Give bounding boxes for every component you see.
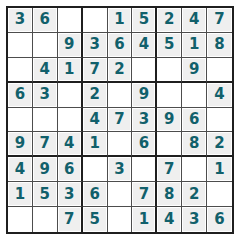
cell-r7c2[interactable]: 9 xyxy=(33,157,58,182)
cell-r4c2[interactable]: 3 xyxy=(33,83,58,108)
cell-r8c5[interactable] xyxy=(108,182,133,207)
cell-r2c3[interactable]: 9 xyxy=(58,33,83,58)
cell-r4c4[interactable]: 2 xyxy=(83,83,108,108)
cell-r8c4[interactable]: 6 xyxy=(83,182,108,207)
sudoku-board: 3615247936451841729632944739697416824963… xyxy=(6,6,234,234)
cell-r9c3[interactable]: 7 xyxy=(58,207,83,232)
cell-r1c1[interactable]: 3 xyxy=(8,8,33,33)
cell-r6c4[interactable]: 1 xyxy=(83,132,108,157)
cell-r2c2[interactable] xyxy=(33,33,58,58)
cell-r4c9[interactable]: 4 xyxy=(207,83,232,108)
cell-r1c4[interactable] xyxy=(83,8,108,33)
cell-r9c2[interactable] xyxy=(33,207,58,232)
cell-r3c2[interactable]: 4 xyxy=(33,58,58,83)
cell-r1c3[interactable] xyxy=(58,8,83,33)
cell-r9c6[interactable]: 1 xyxy=(132,207,157,232)
cell-r7c8[interactable] xyxy=(182,157,207,182)
cell-r3c3[interactable]: 1 xyxy=(58,58,83,83)
cell-r4c1[interactable]: 6 xyxy=(8,83,33,108)
cell-r8c1[interactable]: 1 xyxy=(8,182,33,207)
cell-r2c1[interactable] xyxy=(8,33,33,58)
cell-r5c4[interactable]: 4 xyxy=(83,108,108,133)
cell-r2c6[interactable]: 4 xyxy=(132,33,157,58)
cell-r6c1[interactable]: 9 xyxy=(8,132,33,157)
cell-r7c5[interactable]: 3 xyxy=(108,157,133,182)
cell-r1c7[interactable]: 2 xyxy=(157,8,182,33)
cell-r6c6[interactable]: 6 xyxy=(132,132,157,157)
cell-r3c9[interactable] xyxy=(207,58,232,83)
cell-r2c9[interactable]: 8 xyxy=(207,33,232,58)
cell-r4c8[interactable] xyxy=(182,83,207,108)
cell-r5c8[interactable]: 6 xyxy=(182,108,207,133)
cell-r6c7[interactable] xyxy=(157,132,182,157)
cell-r7c1[interactable]: 4 xyxy=(8,157,33,182)
cell-r8c3[interactable]: 3 xyxy=(58,182,83,207)
cell-r3c5[interactable]: 2 xyxy=(108,58,133,83)
cell-r9c7[interactable]: 4 xyxy=(157,207,182,232)
cell-r8c9[interactable] xyxy=(207,182,232,207)
cell-r3c1[interactable] xyxy=(8,58,33,83)
cell-r9c1[interactable] xyxy=(8,207,33,232)
cell-r6c2[interactable]: 7 xyxy=(33,132,58,157)
cell-r2c8[interactable]: 1 xyxy=(182,33,207,58)
cell-r2c5[interactable]: 6 xyxy=(108,33,133,58)
cell-r1c2[interactable]: 6 xyxy=(33,8,58,33)
cell-r3c6[interactable] xyxy=(132,58,157,83)
cell-r7c4[interactable] xyxy=(83,157,108,182)
cell-r7c3[interactable]: 6 xyxy=(58,157,83,182)
cell-r3c4[interactable]: 7 xyxy=(83,58,108,83)
cell-r8c8[interactable]: 2 xyxy=(182,182,207,207)
cell-r6c3[interactable]: 4 xyxy=(58,132,83,157)
cell-r4c7[interactable] xyxy=(157,83,182,108)
cell-r3c8[interactable]: 9 xyxy=(182,58,207,83)
cell-r4c3[interactable] xyxy=(58,83,83,108)
cell-r3c7[interactable] xyxy=(157,58,182,83)
cell-r5c7[interactable]: 9 xyxy=(157,108,182,133)
cell-r6c9[interactable]: 2 xyxy=(207,132,232,157)
cell-r4c5[interactable] xyxy=(108,83,133,108)
cell-r6c5[interactable] xyxy=(108,132,133,157)
cell-r1c6[interactable]: 5 xyxy=(132,8,157,33)
page-background: 3615247936451841729632944739697416824963… xyxy=(0,0,240,240)
cell-r7c6[interactable] xyxy=(132,157,157,182)
cell-r9c5[interactable] xyxy=(108,207,133,232)
cell-r2c7[interactable]: 5 xyxy=(157,33,182,58)
cell-r5c2[interactable] xyxy=(33,108,58,133)
cell-r6c8[interactable]: 8 xyxy=(182,132,207,157)
cell-r9c9[interactable]: 6 xyxy=(207,207,232,232)
cell-r8c7[interactable]: 8 xyxy=(157,182,182,207)
cell-r1c8[interactable]: 4 xyxy=(182,8,207,33)
cell-r5c6[interactable]: 3 xyxy=(132,108,157,133)
cell-r5c9[interactable] xyxy=(207,108,232,133)
cell-r8c6[interactable]: 7 xyxy=(132,182,157,207)
cell-r5c3[interactable] xyxy=(58,108,83,133)
cell-r7c7[interactable]: 7 xyxy=(157,157,182,182)
cell-r8c2[interactable]: 5 xyxy=(33,182,58,207)
cell-r5c5[interactable]: 7 xyxy=(108,108,133,133)
cell-r1c9[interactable]: 7 xyxy=(207,8,232,33)
cell-r5c1[interactable] xyxy=(8,108,33,133)
cell-r4c6[interactable]: 9 xyxy=(132,83,157,108)
cell-r9c8[interactable]: 3 xyxy=(182,207,207,232)
cell-r9c4[interactable]: 5 xyxy=(83,207,108,232)
cell-r2c4[interactable]: 3 xyxy=(83,33,108,58)
cell-r7c9[interactable]: 1 xyxy=(207,157,232,182)
cell-r1c5[interactable]: 1 xyxy=(108,8,133,33)
